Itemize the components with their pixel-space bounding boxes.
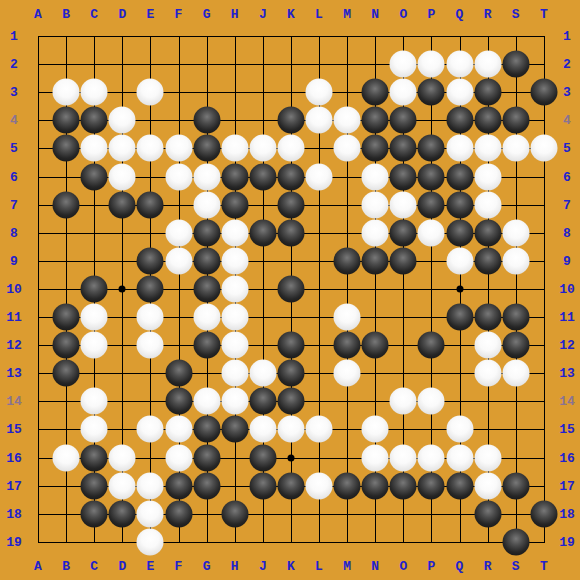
stone-white[interactable] xyxy=(81,304,108,331)
column-label-bottom: K xyxy=(287,560,295,573)
stone-white[interactable] xyxy=(81,416,108,443)
row-label-left: 2 xyxy=(10,58,18,71)
row-label-left: 15 xyxy=(6,423,22,436)
stone-white[interactable] xyxy=(109,135,136,162)
stone-white[interactable] xyxy=(334,304,361,331)
stone-white[interactable] xyxy=(334,360,361,387)
column-label-bottom: A xyxy=(34,560,42,573)
stone-black[interactable] xyxy=(362,472,389,499)
stone-black[interactable] xyxy=(137,191,164,218)
stone-black[interactable] xyxy=(249,219,276,246)
column-label-top: S xyxy=(512,8,520,21)
stone-black[interactable] xyxy=(502,472,529,499)
stone-white[interactable] xyxy=(221,388,248,415)
stone-black[interactable] xyxy=(446,219,473,246)
column-label-top: K xyxy=(287,8,295,21)
stone-black[interactable] xyxy=(418,163,445,190)
column-label-bottom: G xyxy=(203,560,211,573)
stone-black[interactable] xyxy=(277,275,304,302)
stone-white[interactable] xyxy=(221,275,248,302)
stone-white[interactable] xyxy=(193,163,220,190)
column-label-bottom: N xyxy=(371,560,379,573)
stone-black[interactable] xyxy=(137,275,164,302)
stone-black[interactable] xyxy=(221,191,248,218)
stone-white[interactable] xyxy=(81,388,108,415)
stone-black[interactable] xyxy=(249,388,276,415)
stone-white[interactable] xyxy=(502,360,529,387)
stone-black[interactable] xyxy=(81,275,108,302)
stone-black[interactable] xyxy=(334,332,361,359)
stone-white[interactable] xyxy=(306,472,333,499)
stone-white[interactable] xyxy=(474,135,501,162)
stone-black[interactable] xyxy=(474,500,501,527)
column-label-top: L xyxy=(315,8,323,21)
stone-white[interactable] xyxy=(334,135,361,162)
stone-black[interactable] xyxy=(165,472,192,499)
stone-black[interactable] xyxy=(165,388,192,415)
column-label-bottom: M xyxy=(343,560,351,573)
row-label-left: 5 xyxy=(10,142,18,155)
column-label-bottom: T xyxy=(540,560,548,573)
stone-black[interactable] xyxy=(277,332,304,359)
stone-white[interactable] xyxy=(221,247,248,274)
stone-black[interactable] xyxy=(221,500,248,527)
stone-white[interactable] xyxy=(109,163,136,190)
stone-black[interactable] xyxy=(446,472,473,499)
column-label-top: E xyxy=(146,8,154,21)
stone-white[interactable] xyxy=(362,416,389,443)
star-point xyxy=(287,454,294,461)
stone-black[interactable] xyxy=(418,79,445,106)
column-label-top: M xyxy=(343,8,351,21)
stone-black[interactable] xyxy=(249,472,276,499)
stone-black[interactable] xyxy=(362,135,389,162)
stone-white[interactable] xyxy=(390,191,417,218)
stone-white[interactable] xyxy=(474,444,501,471)
stone-black[interactable] xyxy=(249,163,276,190)
stone-black[interactable] xyxy=(390,247,417,274)
column-label-top: P xyxy=(427,8,435,21)
stone-white[interactable] xyxy=(249,135,276,162)
stone-white[interactable] xyxy=(193,388,220,415)
stone-white[interactable] xyxy=(446,247,473,274)
stone-white[interactable] xyxy=(474,332,501,359)
column-label-bottom: E xyxy=(146,560,154,573)
stone-white[interactable] xyxy=(193,191,220,218)
stone-white[interactable] xyxy=(165,135,192,162)
stone-black[interactable] xyxy=(502,332,529,359)
stone-black[interactable] xyxy=(137,247,164,274)
stone-black[interactable] xyxy=(474,247,501,274)
stone-white[interactable] xyxy=(137,472,164,499)
column-label-top: R xyxy=(484,8,492,21)
stone-white[interactable] xyxy=(446,51,473,78)
row-label-right: 9 xyxy=(563,254,571,267)
stone-white[interactable] xyxy=(306,107,333,134)
stone-white[interactable] xyxy=(362,191,389,218)
stone-black[interactable] xyxy=(530,79,557,106)
stone-black[interactable] xyxy=(334,247,361,274)
stone-white[interactable] xyxy=(221,304,248,331)
stone-white[interactable] xyxy=(277,416,304,443)
row-label-right: 19 xyxy=(559,535,575,548)
stone-white[interactable] xyxy=(306,79,333,106)
column-label-bottom: O xyxy=(399,560,407,573)
stone-black[interactable] xyxy=(390,472,417,499)
row-label-left: 9 xyxy=(10,254,18,267)
row-label-left: 11 xyxy=(6,311,22,324)
column-label-bottom: Q xyxy=(456,560,464,573)
star-point xyxy=(119,285,126,292)
row-label-right: 18 xyxy=(559,507,575,520)
stone-black[interactable] xyxy=(390,135,417,162)
column-label-bottom: P xyxy=(427,560,435,573)
stone-black[interactable] xyxy=(165,500,192,527)
column-label-bottom: C xyxy=(90,560,98,573)
row-label-left: 19 xyxy=(6,535,22,548)
stone-white[interactable] xyxy=(137,135,164,162)
stone-white[interactable] xyxy=(165,219,192,246)
stone-black[interactable] xyxy=(109,191,136,218)
column-label-bottom: R xyxy=(484,560,492,573)
row-label-right: 1 xyxy=(563,30,571,43)
stone-black[interactable] xyxy=(193,247,220,274)
stone-black[interactable] xyxy=(277,472,304,499)
stone-white[interactable] xyxy=(137,332,164,359)
stone-black[interactable] xyxy=(502,304,529,331)
stone-white[interactable] xyxy=(474,472,501,499)
stone-white[interactable] xyxy=(165,163,192,190)
stone-white[interactable] xyxy=(446,135,473,162)
stone-white[interactable] xyxy=(249,360,276,387)
row-label-right: 11 xyxy=(559,311,575,324)
go-board[interactable]: AABBCCDDEEFFGGHHJJKKLLMMNNOOPPQQRRSSTT11… xyxy=(0,0,580,580)
stone-black[interactable] xyxy=(277,191,304,218)
stone-black[interactable] xyxy=(193,107,220,134)
stone-black[interactable] xyxy=(81,472,108,499)
stone-black[interactable] xyxy=(446,304,473,331)
row-label-left: 12 xyxy=(6,339,22,352)
stone-white[interactable] xyxy=(81,332,108,359)
row-label-left: 17 xyxy=(6,479,22,492)
stone-white[interactable] xyxy=(530,135,557,162)
stone-black[interactable] xyxy=(249,444,276,471)
column-label-top: Q xyxy=(456,8,464,21)
stone-black[interactable] xyxy=(221,163,248,190)
stone-black[interactable] xyxy=(193,219,220,246)
stone-white[interactable] xyxy=(109,107,136,134)
stone-black[interactable] xyxy=(502,528,529,555)
go-board-screen: AABBCCDDEEFFGGHHJJKKLLMMNNOOPPQQRRSSTT11… xyxy=(0,0,580,580)
column-label-top: J xyxy=(259,8,267,21)
row-label-right: 6 xyxy=(563,170,571,183)
stone-white[interactable] xyxy=(137,304,164,331)
stone-black[interactable] xyxy=(390,163,417,190)
stone-black[interactable] xyxy=(418,332,445,359)
stone-black[interactable] xyxy=(53,191,80,218)
stone-black[interactable] xyxy=(362,107,389,134)
stone-white[interactable] xyxy=(390,388,417,415)
stone-black[interactable] xyxy=(53,332,80,359)
stone-white[interactable] xyxy=(221,135,248,162)
stone-white[interactable] xyxy=(474,51,501,78)
stone-white[interactable] xyxy=(446,416,473,443)
stone-black[interactable] xyxy=(362,79,389,106)
row-label-right: 5 xyxy=(563,142,571,155)
star-point xyxy=(456,285,463,292)
stone-white[interactable] xyxy=(502,247,529,274)
stone-white[interactable] xyxy=(109,444,136,471)
stone-white[interactable] xyxy=(221,219,248,246)
column-label-top: H xyxy=(231,8,239,21)
stone-black[interactable] xyxy=(53,304,80,331)
stone-black[interactable] xyxy=(418,135,445,162)
stone-white[interactable] xyxy=(193,304,220,331)
stone-black[interactable] xyxy=(277,388,304,415)
column-label-bottom: F xyxy=(175,560,183,573)
row-label-right: 15 xyxy=(559,423,575,436)
stone-white[interactable] xyxy=(362,219,389,246)
stone-white[interactable] xyxy=(474,163,501,190)
stone-white[interactable] xyxy=(334,107,361,134)
row-label-left: 10 xyxy=(6,282,22,295)
stone-white[interactable] xyxy=(137,79,164,106)
stone-white[interactable] xyxy=(221,360,248,387)
stone-black[interactable] xyxy=(53,360,80,387)
row-label-right: 12 xyxy=(559,339,575,352)
stone-white[interactable] xyxy=(502,219,529,246)
stone-black[interactable] xyxy=(193,472,220,499)
row-label-right: 13 xyxy=(559,367,575,380)
stone-white[interactable] xyxy=(418,51,445,78)
row-label-right: 4 xyxy=(563,114,571,127)
stone-black[interactable] xyxy=(474,107,501,134)
stone-black[interactable] xyxy=(193,135,220,162)
stone-black[interactable] xyxy=(81,107,108,134)
column-label-bottom: B xyxy=(62,560,70,573)
stone-black[interactable] xyxy=(53,107,80,134)
row-label-left: 16 xyxy=(6,451,22,464)
stone-black[interactable] xyxy=(446,163,473,190)
stone-black[interactable] xyxy=(390,107,417,134)
stone-white[interactable] xyxy=(277,135,304,162)
stone-black[interactable] xyxy=(502,51,529,78)
row-label-left: 3 xyxy=(10,86,18,99)
stone-white[interactable] xyxy=(137,528,164,555)
stone-black[interactable] xyxy=(277,163,304,190)
row-label-left: 14 xyxy=(6,395,22,408)
stone-white[interactable] xyxy=(53,79,80,106)
stone-white[interactable] xyxy=(390,79,417,106)
grid-line-horizontal xyxy=(38,542,545,543)
row-label-left: 7 xyxy=(10,198,18,211)
stone-white[interactable] xyxy=(502,135,529,162)
row-label-left: 6 xyxy=(10,170,18,183)
stone-black[interactable] xyxy=(362,247,389,274)
column-label-top: A xyxy=(34,8,42,21)
stone-white[interactable] xyxy=(362,444,389,471)
column-label-top: O xyxy=(399,8,407,21)
row-label-right: 16 xyxy=(559,451,575,464)
row-label-left: 18 xyxy=(6,507,22,520)
column-label-bottom: H xyxy=(231,560,239,573)
stone-white[interactable] xyxy=(165,416,192,443)
stone-white[interactable] xyxy=(418,444,445,471)
stone-white[interactable] xyxy=(306,416,333,443)
stone-black[interactable] xyxy=(193,444,220,471)
column-label-top: F xyxy=(175,8,183,21)
row-label-right: 8 xyxy=(563,226,571,239)
row-label-right: 17 xyxy=(559,479,575,492)
stone-black[interactable] xyxy=(277,360,304,387)
row-label-right: 7 xyxy=(563,198,571,211)
column-label-top: T xyxy=(540,8,548,21)
column-label-bottom: D xyxy=(118,560,126,573)
stone-black[interactable] xyxy=(474,79,501,106)
stone-black[interactable] xyxy=(446,107,473,134)
stone-black[interactable] xyxy=(81,163,108,190)
stone-black[interactable] xyxy=(53,135,80,162)
stone-white[interactable] xyxy=(474,360,501,387)
row-label-left: 4 xyxy=(10,114,18,127)
stone-white[interactable] xyxy=(362,163,389,190)
stone-black[interactable] xyxy=(502,107,529,134)
stone-white[interactable] xyxy=(137,416,164,443)
stone-white[interactable] xyxy=(390,444,417,471)
stone-black[interactable] xyxy=(418,191,445,218)
stone-white[interactable] xyxy=(137,500,164,527)
stone-white[interactable] xyxy=(418,219,445,246)
row-label-right: 2 xyxy=(563,58,571,71)
stone-white[interactable] xyxy=(446,79,473,106)
stone-white[interactable] xyxy=(390,51,417,78)
column-label-bottom: L xyxy=(315,560,323,573)
stone-black[interactable] xyxy=(81,444,108,471)
stone-black[interactable] xyxy=(277,107,304,134)
stone-black[interactable] xyxy=(474,304,501,331)
stone-white[interactable] xyxy=(221,332,248,359)
stone-white[interactable] xyxy=(474,191,501,218)
stone-white[interactable] xyxy=(109,472,136,499)
column-label-bottom: J xyxy=(259,560,267,573)
row-label-right: 14 xyxy=(559,395,575,408)
row-label-left: 8 xyxy=(10,226,18,239)
stone-black[interactable] xyxy=(193,275,220,302)
stone-white[interactable] xyxy=(249,416,276,443)
stone-black[interactable] xyxy=(109,500,136,527)
stone-black[interactable] xyxy=(530,500,557,527)
stone-black[interactable] xyxy=(277,219,304,246)
stone-black[interactable] xyxy=(221,416,248,443)
stone-white[interactable] xyxy=(53,444,80,471)
row-label-left: 1 xyxy=(10,30,18,43)
stone-black[interactable] xyxy=(418,472,445,499)
column-label-top: G xyxy=(203,8,211,21)
stone-white[interactable] xyxy=(81,79,108,106)
stone-white[interactable] xyxy=(446,444,473,471)
row-label-right: 10 xyxy=(559,282,575,295)
stone-white[interactable] xyxy=(165,247,192,274)
column-label-top: N xyxy=(371,8,379,21)
stone-black[interactable] xyxy=(446,191,473,218)
stone-black[interactable] xyxy=(165,360,192,387)
column-label-bottom: S xyxy=(512,560,520,573)
stone-black[interactable] xyxy=(362,332,389,359)
grid-line-vertical xyxy=(544,36,545,543)
column-label-top: C xyxy=(90,8,98,21)
stone-black[interactable] xyxy=(193,332,220,359)
stone-white[interactable] xyxy=(306,163,333,190)
stone-black[interactable] xyxy=(334,472,361,499)
stone-white[interactable] xyxy=(165,444,192,471)
stone-black[interactable] xyxy=(193,416,220,443)
stone-black[interactable] xyxy=(390,219,417,246)
column-label-top: D xyxy=(118,8,126,21)
stone-black[interactable] xyxy=(81,500,108,527)
stone-white[interactable] xyxy=(81,135,108,162)
row-label-left: 13 xyxy=(6,367,22,380)
stone-black[interactable] xyxy=(474,219,501,246)
column-label-top: B xyxy=(62,8,70,21)
stone-white[interactable] xyxy=(418,388,445,415)
row-label-right: 3 xyxy=(563,86,571,99)
